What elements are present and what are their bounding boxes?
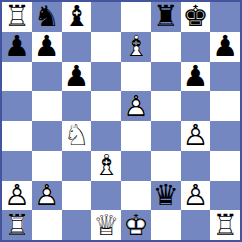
piece-black-knight[interactable]: ♞ bbox=[32, 2, 62, 32]
piece-black-pawn[interactable]: ♟ bbox=[32, 32, 62, 62]
square-c2[interactable] bbox=[62, 181, 92, 211]
square-f8[interactable]: ♜ bbox=[151, 2, 181, 32]
square-h7[interactable]: ♟ bbox=[210, 32, 240, 62]
square-g5[interactable] bbox=[181, 91, 211, 121]
square-e8[interactable] bbox=[121, 2, 151, 32]
square-g2[interactable]: ♟♙ bbox=[181, 181, 211, 211]
square-g6[interactable]: ♟ bbox=[181, 62, 211, 92]
square-f1[interactable] bbox=[151, 210, 181, 240]
piece-glyph-layer: ♝ bbox=[62, 2, 92, 32]
square-d4[interactable] bbox=[91, 121, 121, 151]
square-f5[interactable] bbox=[151, 91, 181, 121]
piece-white-king[interactable]: ♚♔ bbox=[121, 210, 151, 240]
square-e6[interactable] bbox=[121, 62, 151, 92]
piece-white-pawn[interactable]: ♟♙ bbox=[121, 91, 151, 121]
piece-white-knight[interactable]: ♞♘ bbox=[62, 121, 92, 151]
square-g4[interactable]: ♟♙ bbox=[181, 121, 211, 151]
piece-white-pawn[interactable]: ♟♙ bbox=[32, 181, 62, 211]
piece-black-pawn[interactable]: ♟ bbox=[210, 32, 240, 62]
piece-white-queen[interactable]: ♛♕ bbox=[91, 210, 121, 240]
square-c4[interactable]: ♞♘ bbox=[62, 121, 92, 151]
square-d8[interactable] bbox=[91, 2, 121, 32]
square-a3[interactable] bbox=[2, 151, 32, 181]
square-d5[interactable] bbox=[91, 91, 121, 121]
square-e7[interactable]: ♝♗ bbox=[121, 32, 151, 62]
piece-white-pawn[interactable]: ♟♙ bbox=[181, 181, 211, 211]
piece-white-pawn[interactable]: ♟♙ bbox=[181, 121, 211, 151]
piece-outline-layer: ♖ bbox=[2, 210, 32, 240]
piece-outline-layer: ♖ bbox=[210, 210, 240, 240]
square-c8[interactable]: ♝ bbox=[62, 2, 92, 32]
square-f3[interactable] bbox=[151, 151, 181, 181]
piece-outline-layer: ♖ bbox=[2, 2, 32, 32]
piece-white-rook[interactable]: ♜♖ bbox=[210, 210, 240, 240]
piece-white-bishop[interactable]: ♝♗ bbox=[121, 32, 151, 62]
piece-glyph-layer: ♛ bbox=[151, 181, 181, 211]
piece-black-pawn[interactable]: ♟ bbox=[62, 62, 92, 92]
piece-outline-layer: ♙ bbox=[181, 121, 211, 151]
square-d1[interactable]: ♛♕ bbox=[91, 210, 121, 240]
square-f6[interactable] bbox=[151, 62, 181, 92]
piece-black-pawn[interactable]: ♟ bbox=[181, 62, 211, 92]
piece-glyph-layer: ♟ bbox=[210, 32, 240, 62]
square-h3[interactable] bbox=[210, 151, 240, 181]
square-e4[interactable] bbox=[121, 121, 151, 151]
square-d2[interactable] bbox=[91, 181, 121, 211]
square-d7[interactable] bbox=[91, 32, 121, 62]
square-g3[interactable] bbox=[181, 151, 211, 181]
square-h2[interactable] bbox=[210, 181, 240, 211]
square-e2[interactable] bbox=[121, 181, 151, 211]
chess-board: ♜♖♞♝♜♚♟♟♝♗♟♟♟♟♙♞♘♟♙♝♗♟♙♟♙♛♟♙♜♖♛♕♚♔♜♖ bbox=[0, 0, 242, 242]
piece-glyph-layer: ♟ bbox=[2, 32, 32, 62]
square-g1[interactable] bbox=[181, 210, 211, 240]
square-b3[interactable] bbox=[32, 151, 62, 181]
piece-glyph-layer: ♟ bbox=[62, 62, 92, 92]
square-a7[interactable]: ♟ bbox=[2, 32, 32, 62]
square-b1[interactable] bbox=[32, 210, 62, 240]
square-h4[interactable] bbox=[210, 121, 240, 151]
piece-outline-layer: ♙ bbox=[2, 181, 32, 211]
square-a5[interactable] bbox=[2, 91, 32, 121]
square-a1[interactable]: ♜♖ bbox=[2, 210, 32, 240]
piece-black-king[interactable]: ♚ bbox=[181, 2, 211, 32]
square-a4[interactable] bbox=[2, 121, 32, 151]
piece-black-rook[interactable]: ♜ bbox=[151, 2, 181, 32]
square-c3[interactable] bbox=[62, 151, 92, 181]
piece-glyph-layer: ♜ bbox=[151, 2, 181, 32]
piece-white-pawn[interactable]: ♟♙ bbox=[2, 181, 32, 211]
piece-white-rook[interactable]: ♜♖ bbox=[2, 210, 32, 240]
piece-glyph-layer: ♟ bbox=[32, 32, 62, 62]
piece-outline-layer: ♕ bbox=[91, 210, 121, 240]
square-g7[interactable] bbox=[181, 32, 211, 62]
piece-outline-layer: ♙ bbox=[181, 181, 211, 211]
square-a8[interactable]: ♜♖ bbox=[2, 2, 32, 32]
square-a2[interactable]: ♟♙ bbox=[2, 181, 32, 211]
piece-glyph-layer: ♚ bbox=[181, 2, 211, 32]
piece-outline-layer: ♙ bbox=[121, 91, 151, 121]
piece-glyph-layer: ♞ bbox=[32, 2, 62, 32]
square-e3[interactable] bbox=[121, 151, 151, 181]
square-c7[interactable] bbox=[62, 32, 92, 62]
piece-white-rook[interactable]: ♜♖ bbox=[2, 2, 32, 32]
square-b2[interactable]: ♟♙ bbox=[32, 181, 62, 211]
square-c1[interactable] bbox=[62, 210, 92, 240]
square-e1[interactable]: ♚♔ bbox=[121, 210, 151, 240]
piece-outline-layer: ♗ bbox=[91, 151, 121, 181]
square-b4[interactable] bbox=[32, 121, 62, 151]
square-f7[interactable] bbox=[151, 32, 181, 62]
piece-black-bishop[interactable]: ♝ bbox=[62, 2, 92, 32]
square-c6[interactable]: ♟ bbox=[62, 62, 92, 92]
square-e5[interactable]: ♟♙ bbox=[121, 91, 151, 121]
piece-outline-layer: ♗ bbox=[121, 32, 151, 62]
square-b5[interactable] bbox=[32, 91, 62, 121]
square-h1[interactable]: ♜♖ bbox=[210, 210, 240, 240]
square-a6[interactable] bbox=[2, 62, 32, 92]
square-h8[interactable] bbox=[210, 2, 240, 32]
square-d3[interactable]: ♝♗ bbox=[91, 151, 121, 181]
piece-outline-layer: ♙ bbox=[32, 181, 62, 211]
square-f2[interactable]: ♛ bbox=[151, 181, 181, 211]
piece-white-bishop[interactable]: ♝♗ bbox=[91, 151, 121, 181]
square-b7[interactable]: ♟ bbox=[32, 32, 62, 62]
square-b6[interactable] bbox=[32, 62, 62, 92]
piece-glyph-layer: ♟ bbox=[181, 62, 211, 92]
square-d6[interactable] bbox=[91, 62, 121, 92]
square-h6[interactable] bbox=[210, 62, 240, 92]
square-g8[interactable]: ♚ bbox=[181, 2, 211, 32]
piece-outline-layer: ♔ bbox=[121, 210, 151, 240]
square-b8[interactable]: ♞ bbox=[32, 2, 62, 32]
square-f4[interactable] bbox=[151, 121, 181, 151]
square-h5[interactable] bbox=[210, 91, 240, 121]
piece-black-pawn[interactable]: ♟ bbox=[2, 32, 32, 62]
piece-black-queen[interactable]: ♛ bbox=[151, 181, 181, 211]
piece-outline-layer: ♘ bbox=[62, 121, 92, 151]
square-c5[interactable] bbox=[62, 91, 92, 121]
